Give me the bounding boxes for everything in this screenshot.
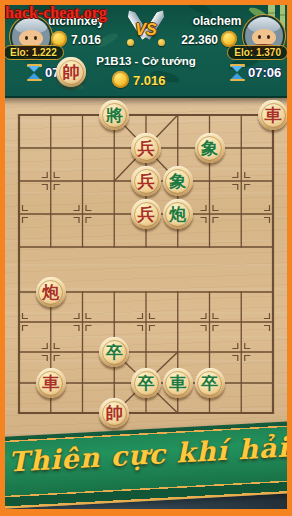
piece-red-車[interactable]: 車 [36,368,66,398]
match-label: P1B13 - Cờ tướng [91,55,201,67]
piece-red-兵[interactable]: 兵 [131,199,161,229]
hourglass-icon [231,64,244,81]
piece-green-象[interactable]: 象 [195,133,225,163]
piece-glyph: 象 [169,173,186,190]
sword-pommel [127,39,134,46]
avatar-eye [25,36,28,40]
player-side-indicator-piece: 帥 [56,57,86,87]
piece-glyph: 車 [169,375,186,392]
piece-glyph: 將 [106,107,123,124]
pot-amount: 7.016 [133,73,166,88]
piece-glyph: 兵 [138,140,155,157]
puzzle-title: Thiên cực khí hải [0,430,292,479]
xiangqi-board[interactable]: 將車兵象兵象兵炮炮卒車卒車卒帥 [19,115,273,413]
right-player-coins: 22.360 [176,33,218,47]
right-player-elo-badge: Elo: 1.370 [227,45,288,60]
right-player-timer: 07:06 [248,65,281,80]
vs-emblem: VS [126,8,166,50]
piece-glyph: 卒 [138,375,155,392]
watermark-text: hack-cheat.org [5,4,107,22]
piece-green-炮[interactable]: 炮 [163,199,193,229]
piece-red-炮[interactable]: 炮 [36,277,66,307]
hourglass-icon [28,64,41,81]
left-player-coins: 7.016 [71,33,101,47]
avatar-eye [267,35,270,39]
piece-green-卒[interactable]: 卒 [99,337,129,367]
piece-glyph: 象 [201,140,218,157]
coin-icon [112,71,129,88]
piece-green-象[interactable]: 象 [163,166,193,196]
piece-green-將[interactable]: 將 [99,100,129,130]
game-screen: utchinxey 7.016 Elo: 1.222 07:43 帥 VS P1… [0,0,292,516]
piece-glyph: 兵 [138,206,155,223]
piece-glyph: 炮 [169,206,186,223]
piece-glyph: 車 [42,375,59,392]
left-player-elo-badge: Elo: 1.222 [3,45,64,60]
sword-pommel [158,39,165,46]
right-player-name: olachem [181,14,253,28]
piece-glyph: 帥 [106,405,123,422]
piece-glyph: 卒 [106,344,123,361]
piece-glyph: 炮 [42,284,59,301]
piece-glyph: 兵 [138,173,155,190]
piece-green-車[interactable]: 車 [163,368,193,398]
piece-glyph: 卒 [201,375,218,392]
piece-red-車[interactable]: 車 [258,100,288,130]
red-general-glyph: 帥 [63,64,80,81]
avatar-eye [258,35,261,39]
piece-glyph: 車 [265,107,282,124]
avatar-eye [34,36,37,40]
piece-red-兵[interactable]: 兵 [131,166,161,196]
vs-label: VS [126,21,166,39]
piece-green-卒[interactable]: 卒 [131,368,161,398]
piece-green-卒[interactable]: 卒 [195,368,225,398]
piece-red-兵[interactable]: 兵 [131,133,161,163]
